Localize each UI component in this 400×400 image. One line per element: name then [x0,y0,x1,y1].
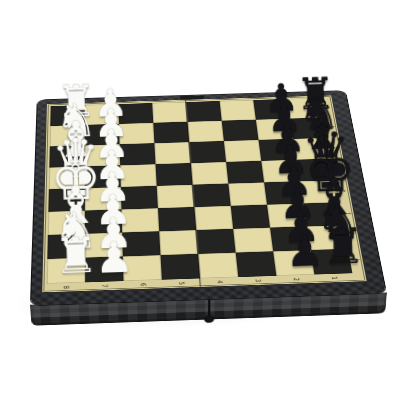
black-rook-icon: ♜ [310,221,375,272]
square-f5[interactable] [158,207,196,231]
square-a3[interactable] [220,100,256,121]
square-d3[interactable] [226,161,264,184]
square-g4[interactable] [196,229,235,254]
square-b5[interactable] [153,122,189,143]
square-f4[interactable] [194,206,233,230]
file-label-b: b [314,124,350,132]
square-a2[interactable] [253,99,290,120]
square-c5[interactable] [154,142,190,164]
square-e5[interactable] [157,185,195,209]
square-d5[interactable] [156,163,193,186]
square-g5[interactable] [159,230,198,255]
square-c6[interactable] [120,143,156,165]
square-b6[interactable] [119,123,154,144]
rank-label-5: 5 [174,271,188,297]
rank-label-4: 4 [212,269,227,295]
square-b7[interactable] [85,124,120,145]
square-b2[interactable] [256,119,293,140]
square-g3[interactable] [233,228,273,253]
square-d4[interactable] [191,162,229,185]
square-a7[interactable] [85,104,119,125]
square-h5[interactable] [160,254,200,280]
square-a8[interactable] [50,105,84,126]
square-a4[interactable] [186,101,222,122]
square-e4[interactable] [193,184,231,207]
chess-board: 87654321 abcdefgh ♜♟♟♜♞♟♟♞♝♟♟♝♛♟♟♛♚♟♟♚♝♟… [31,91,386,306]
file-label-a: a [310,104,345,112]
square-c3[interactable] [224,140,261,162]
square-b4[interactable] [188,121,224,142]
square-c4[interactable] [189,141,226,163]
square-a6[interactable] [118,103,153,124]
square-a5[interactable] [152,102,187,123]
square-b3[interactable] [222,120,259,141]
square-b8[interactable] [50,125,85,147]
square-h4[interactable] [198,253,238,279]
square-e3[interactable] [228,182,267,205]
white-pawn-icon: ♟ [82,235,147,280]
rank-label-3: 3 [250,268,266,294]
product-photo-scene: 87654321 abcdefgh ♜♟♟♜♞♟♟♞♝♟♟♝♛♟♟♛♚♟♟♚♝♟… [0,0,400,400]
square-f3[interactable] [231,205,270,229]
square-h3[interactable] [236,251,277,277]
